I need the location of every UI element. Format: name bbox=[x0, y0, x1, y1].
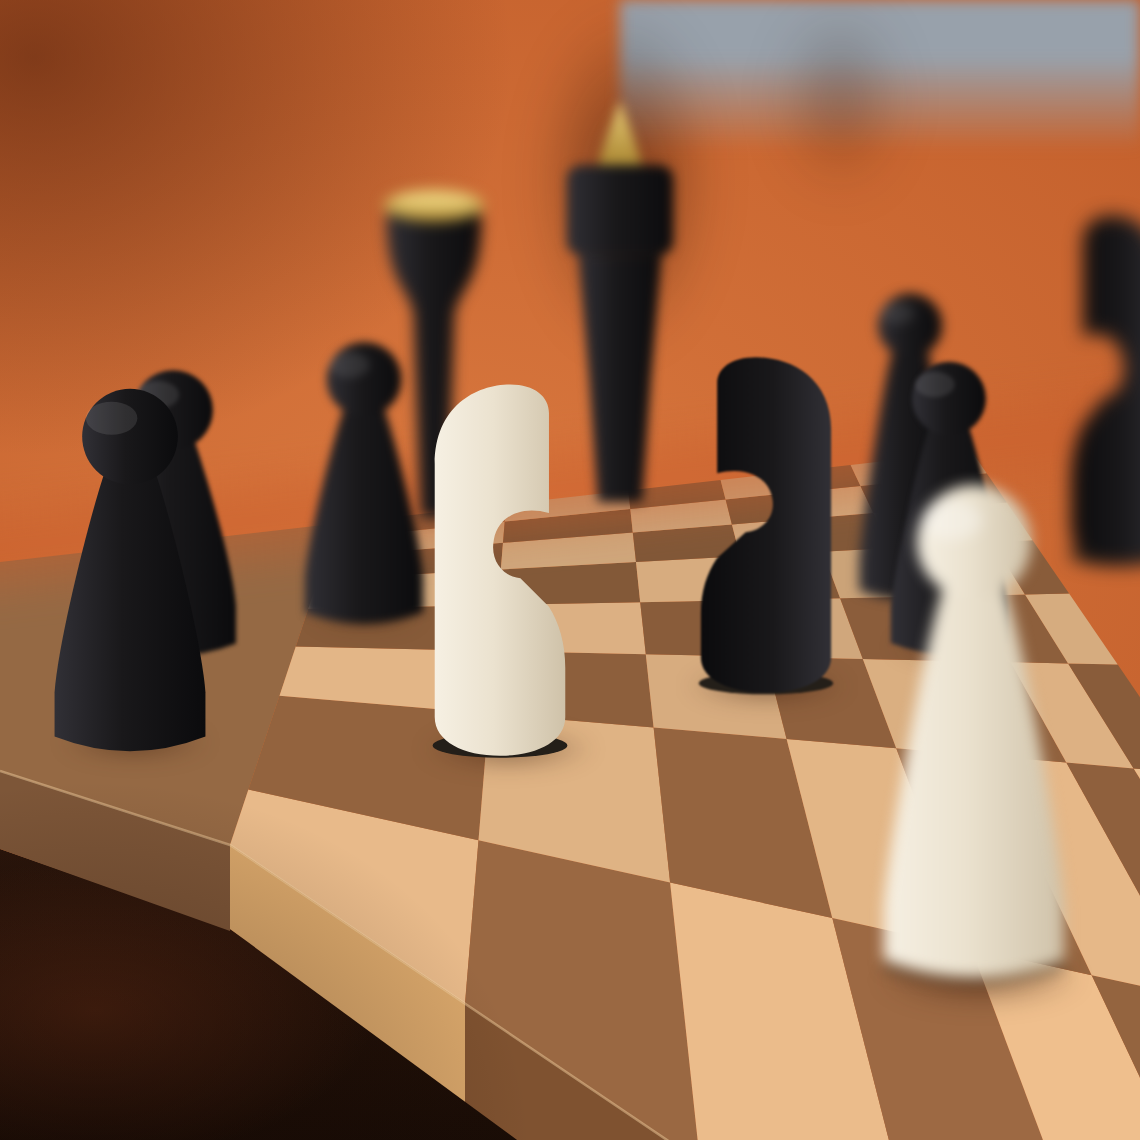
square-c5[interactable] bbox=[636, 556, 751, 602]
chess-scene bbox=[0, 0, 1140, 1140]
square-d5[interactable] bbox=[740, 552, 840, 600]
square-a4[interactable] bbox=[296, 605, 498, 651]
square-c3[interactable] bbox=[646, 654, 787, 739]
square-c4[interactable] bbox=[640, 600, 766, 657]
square-b4[interactable] bbox=[494, 602, 646, 654]
